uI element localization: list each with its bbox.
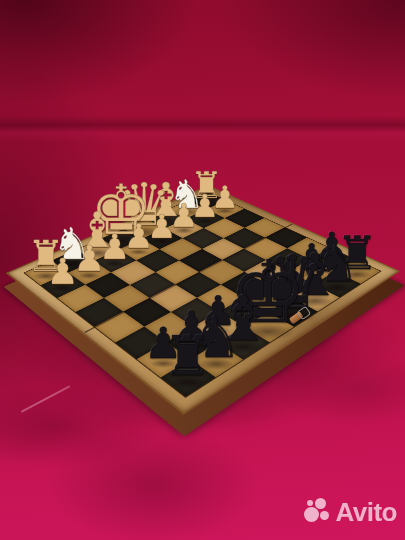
avito-wordmark: Avito [335,497,397,527]
square-g6 [144,312,194,343]
square-g7 [166,327,217,360]
square-d7 [243,284,291,311]
avito-logo-icon [304,497,331,527]
square-g4 [103,285,149,312]
square-d6 [221,272,267,298]
square-e8 [243,312,294,343]
square-e7 [219,298,268,327]
square-f8 [217,327,269,360]
square-h8 [160,359,215,396]
listing-photo: ♜♟♞♟♝♟♛♟♚♟♝♟♟♞♜♟♟♜♞♟♟♝♟♛♟♟♚♟♝♟♞♜ Avito [0,0,405,540]
chess-board [52,125,346,419]
avito-watermark: Avito [304,497,397,527]
square-c8 [291,284,339,312]
square-h4 [75,298,122,327]
square-f6 [171,298,219,327]
square-e6 [196,284,243,311]
square-h5 [94,312,143,342]
square-g5 [123,298,171,327]
square-f4 [130,272,175,298]
square-f7 [193,312,243,343]
square-e5 [175,272,221,298]
square-f5 [149,285,196,312]
square-b8 [313,271,360,297]
square-g8 [190,343,243,378]
square-h7 [137,342,190,377]
square-h6 [115,327,166,360]
chess-board-grid [23,192,381,398]
square-h3 [57,285,103,312]
square-c7 [267,272,314,298]
